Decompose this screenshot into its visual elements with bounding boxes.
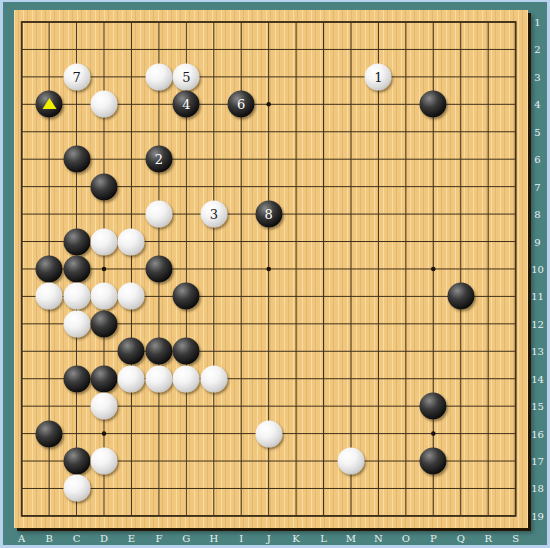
column-label-J: J <box>267 532 271 543</box>
stone-black-J8: 8 <box>255 201 282 228</box>
stone-white-M17 <box>337 448 364 475</box>
column-label-M: M <box>346 532 356 543</box>
column-label-H: H <box>209 532 218 543</box>
stone-white-C3: 7 <box>63 63 90 90</box>
row-label-15: 15 <box>531 401 544 412</box>
column-label-K: K <box>292 532 299 543</box>
row-label-6: 6 <box>534 154 540 165</box>
move-number-label: 8 <box>265 208 273 221</box>
column-label-I: I <box>239 532 243 543</box>
stone-white-E9 <box>118 228 145 255</box>
stone-white-C12 <box>63 310 90 337</box>
stone-white-F8 <box>145 201 172 228</box>
stone-white-D17 <box>91 448 118 475</box>
row-label-3: 3 <box>534 71 540 82</box>
column-label-N: N <box>374 532 383 543</box>
stone-white-F14 <box>145 365 172 392</box>
stone-black-F6: 2 <box>145 146 172 173</box>
row-label-17: 17 <box>531 456 544 467</box>
stone-white-H14 <box>200 365 227 392</box>
row-label-5: 5 <box>534 126 540 137</box>
stone-white-J16 <box>255 420 282 447</box>
column-label-D: D <box>100 532 108 543</box>
stone-white-D15 <box>91 393 118 420</box>
stone-black-D7 <box>91 173 118 200</box>
stone-black-F10 <box>145 255 172 282</box>
stone-black-P15 <box>420 393 447 420</box>
stone-white-B11 <box>36 283 63 310</box>
move-number-label: 7 <box>72 70 80 83</box>
go-board[interactable]: 75146238 <box>14 10 528 528</box>
stone-black-Q11 <box>447 283 474 310</box>
column-label-G: G <box>182 532 190 543</box>
stone-white-D4 <box>91 91 118 118</box>
triangle-mark-icon <box>42 98 56 109</box>
stone-black-F13 <box>145 338 172 365</box>
stone-black-B10 <box>36 255 63 282</box>
stone-black-G13 <box>173 338 200 365</box>
move-number-label: 3 <box>210 208 218 221</box>
move-number-label: 5 <box>182 70 190 83</box>
row-label-10: 10 <box>531 263 544 274</box>
row-label-14: 14 <box>531 373 544 384</box>
move-number-label: 4 <box>182 98 190 111</box>
row-label-4: 4 <box>534 99 540 110</box>
grid-lines <box>14 10 528 528</box>
move-number-label: 2 <box>155 153 163 166</box>
column-label-P: P <box>430 532 437 543</box>
stone-white-N3: 1 <box>365 63 392 90</box>
stone-white-D11 <box>91 283 118 310</box>
stone-black-P17 <box>420 448 447 475</box>
stone-black-D14 <box>91 365 118 392</box>
move-number-label: 1 <box>374 70 382 83</box>
column-label-L: L <box>320 532 327 543</box>
stone-white-F3 <box>145 63 172 90</box>
stone-black-C6 <box>63 146 90 173</box>
stone-white-E14 <box>118 365 145 392</box>
column-label-F: F <box>155 532 162 543</box>
stone-white-G3: 5 <box>173 63 200 90</box>
row-label-19: 19 <box>531 510 544 521</box>
row-label-2: 2 <box>534 44 540 55</box>
stone-black-D12 <box>91 310 118 337</box>
row-label-16: 16 <box>531 428 544 439</box>
column-label-E: E <box>128 532 135 543</box>
stone-white-C11 <box>63 283 90 310</box>
row-label-7: 7 <box>534 181 540 192</box>
row-label-1: 1 <box>534 17 540 28</box>
stone-black-C10 <box>63 255 90 282</box>
stone-black-P4 <box>420 91 447 118</box>
row-label-18: 18 <box>531 483 544 494</box>
stone-white-D9 <box>91 228 118 255</box>
stone-white-H8: 3 <box>200 201 227 228</box>
column-label-R: R <box>484 532 492 543</box>
move-number-label: 6 <box>237 98 245 111</box>
stone-black-C14 <box>63 365 90 392</box>
screenshot-root: 75146238 ABCDEFGHIJKLMNOPQRS 12345678910… <box>0 0 550 548</box>
row-label-9: 9 <box>534 236 540 247</box>
stone-black-C17 <box>63 448 90 475</box>
row-label-8: 8 <box>534 209 540 220</box>
column-label-Q: Q <box>457 532 465 543</box>
stone-black-I4: 6 <box>228 91 255 118</box>
stone-black-E13 <box>118 338 145 365</box>
column-label-B: B <box>45 532 52 543</box>
stone-white-E11 <box>118 283 145 310</box>
column-label-O: O <box>402 532 410 543</box>
stone-black-G4: 4 <box>173 91 200 118</box>
stone-black-B16 <box>36 420 63 447</box>
row-label-11: 11 <box>531 291 544 302</box>
column-label-A: A <box>18 532 25 543</box>
stone-white-G14 <box>173 365 200 392</box>
column-label-C: C <box>73 532 81 543</box>
row-label-13: 13 <box>531 346 544 357</box>
stone-black-G11 <box>173 283 200 310</box>
stone-black-C9 <box>63 228 90 255</box>
column-label-S: S <box>512 532 519 543</box>
stone-black-B4 <box>36 91 63 118</box>
row-label-12: 12 <box>531 318 544 329</box>
stone-white-C18 <box>63 475 90 502</box>
